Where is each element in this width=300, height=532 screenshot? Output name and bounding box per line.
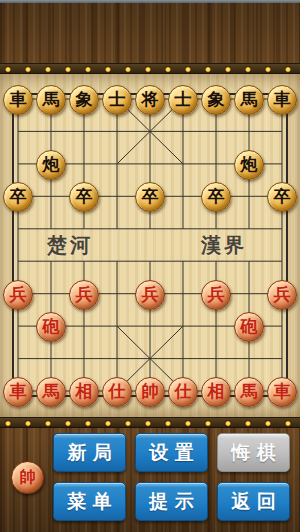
xiangqi-piece-black[interactable]: 車 [3, 85, 33, 115]
window-top-edge [0, 0, 300, 3]
xiangqi-piece-black[interactable]: 車 [267, 85, 297, 115]
xiangqi-piece-red[interactable]: 仕 [102, 377, 132, 407]
xiangqi-piece-red[interactable]: 車 [267, 377, 297, 407]
xiangqi-piece-red[interactable]: 兵 [201, 280, 231, 310]
back-button[interactable]: 返回 [217, 482, 290, 521]
xiangqi-piece-red[interactable]: 馬 [234, 377, 264, 407]
piece-layer: 車馬象士将士象馬車炮炮卒卒卒卒卒兵兵兵兵兵砲砲車馬相仕帥仕相馬車 [2, 84, 299, 408]
hint-button[interactable]: 提示 [135, 482, 208, 521]
menu-button[interactable]: 菜单 [53, 482, 126, 521]
undo-button[interactable]: 悔棋 [217, 433, 290, 472]
xiangqi-board[interactable]: 楚河 漢界 車馬象士将士象馬車炮炮卒卒卒卒卒兵兵兵兵兵砲砲車馬相仕帥仕相馬車 [0, 74, 300, 417]
xiangqi-piece-red[interactable]: 馬 [36, 377, 66, 407]
settings-button[interactable]: 设置 [135, 433, 208, 472]
xiangqi-piece-black[interactable]: 象 [201, 85, 231, 115]
xiangqi-piece-red[interactable]: 兵 [3, 280, 33, 310]
decorative-stud-bar-bottom [0, 417, 300, 428]
xiangqi-piece-black[interactable]: 炮 [234, 150, 264, 180]
xiangqi-piece-black[interactable]: 士 [168, 85, 198, 115]
xiangqi-piece-red[interactable]: 相 [201, 377, 231, 407]
xiangqi-piece-black[interactable]: 馬 [36, 85, 66, 115]
decorative-stud-bar-top [0, 63, 300, 74]
xiangqi-piece-black[interactable]: 卒 [3, 182, 33, 212]
xiangqi-piece-black[interactable]: 象 [69, 85, 99, 115]
xiangqi-piece-black[interactable]: 馬 [234, 85, 264, 115]
xiangqi-piece-red[interactable]: 相 [69, 377, 99, 407]
xiangqi-piece-black[interactable]: 卒 [135, 182, 165, 212]
xiangqi-piece-black[interactable]: 卒 [201, 182, 231, 212]
xiangqi-piece-red[interactable]: 砲 [234, 312, 264, 342]
xiangqi-piece-red[interactable]: 兵 [135, 280, 165, 310]
red-general-turn-indicator: 帥 [11, 461, 44, 494]
xiangqi-piece-black[interactable]: 炮 [36, 150, 66, 180]
xiangqi-app: 楚河 漢界 車馬象士将士象馬車炮炮卒卒卒卒卒兵兵兵兵兵砲砲車馬相仕帥仕相馬車 帥… [0, 0, 300, 532]
xiangqi-piece-red[interactable]: 兵 [69, 280, 99, 310]
xiangqi-piece-red[interactable]: 車 [3, 377, 33, 407]
new-game-button[interactable]: 新局 [53, 433, 126, 472]
xiangqi-piece-black[interactable]: 士 [102, 85, 132, 115]
xiangqi-piece-red[interactable]: 兵 [267, 280, 297, 310]
xiangqi-piece-black[interactable]: 卒 [267, 182, 297, 212]
xiangqi-piece-black[interactable]: 将 [135, 85, 165, 115]
xiangqi-piece-red[interactable]: 帥 [135, 377, 165, 407]
xiangqi-piece-red[interactable]: 砲 [36, 312, 66, 342]
xiangqi-piece-red[interactable]: 仕 [168, 377, 198, 407]
xiangqi-piece-black[interactable]: 卒 [69, 182, 99, 212]
button-panel: 新局设置悔棋菜单提示返回 [53, 433, 290, 521]
